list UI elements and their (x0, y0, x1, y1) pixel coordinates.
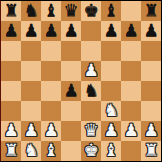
square-d8[interactable]: ♛ (61, 1, 81, 21)
white-rook[interactable]: ♜ (3, 140, 18, 160)
black-pawn[interactable]: ♟ (123, 20, 138, 40)
square-d6[interactable] (61, 41, 81, 61)
square-c5[interactable] (41, 61, 61, 81)
square-c7[interactable]: ♟ (41, 21, 61, 41)
square-h1[interactable]: ♜ (141, 141, 161, 161)
square-c2[interactable]: ♟ (41, 121, 61, 141)
square-f1[interactable]: ♝ (101, 141, 121, 161)
white-pawn[interactable]: ♟ (123, 120, 138, 140)
black-rook[interactable]: ♜ (143, 0, 158, 20)
square-f6[interactable] (101, 41, 121, 61)
white-knight[interactable]: ♞ (103, 100, 118, 120)
square-f4[interactable] (101, 81, 121, 101)
square-f2[interactable]: ♟ (101, 121, 121, 141)
black-knight[interactable]: ♞ (83, 80, 98, 100)
black-pawn[interactable]: ♟ (63, 20, 78, 40)
square-d4[interactable]: ♟ (61, 81, 81, 101)
square-h7[interactable]: ♟ (141, 21, 161, 41)
square-a7[interactable]: ♟ (1, 21, 21, 41)
black-pawn[interactable]: ♟ (63, 80, 78, 100)
square-f7[interactable]: ♟ (101, 21, 121, 41)
square-a2[interactable]: ♟ (1, 121, 21, 141)
black-bishop[interactable]: ♝ (43, 0, 58, 20)
white-queen[interactable]: ♛ (83, 120, 98, 140)
square-d2[interactable] (61, 121, 81, 141)
black-pawn[interactable]: ♟ (23, 20, 38, 40)
square-b7[interactable]: ♟ (21, 21, 41, 41)
black-pawn[interactable]: ♟ (3, 20, 18, 40)
square-e1[interactable]: ♚ (81, 141, 101, 161)
chess-board: ♜♞♝♛♚♝♜♟♟♟♟♟♟♟♟♟♞♞♟♟♟♛♟♟♟♜♞♝♚♝♜ (1, 1, 161, 161)
white-rook[interactable]: ♜ (143, 140, 158, 160)
square-c8[interactable]: ♝ (41, 1, 61, 21)
square-e6[interactable] (81, 41, 101, 61)
square-e8[interactable]: ♚ (81, 1, 101, 21)
black-rook[interactable]: ♜ (3, 0, 18, 20)
square-h6[interactable] (141, 41, 161, 61)
square-b1[interactable]: ♞ (21, 141, 41, 161)
square-a8[interactable]: ♜ (1, 1, 21, 21)
white-knight[interactable]: ♞ (23, 140, 38, 160)
white-bishop[interactable]: ♝ (103, 140, 118, 160)
square-g6[interactable] (121, 41, 141, 61)
square-h5[interactable] (141, 61, 161, 81)
square-g1[interactable] (121, 141, 141, 161)
square-e4[interactable]: ♞ (81, 81, 101, 101)
square-h3[interactable] (141, 101, 161, 121)
black-king[interactable]: ♚ (83, 0, 98, 20)
square-c6[interactable] (41, 41, 61, 61)
white-bishop[interactable]: ♝ (43, 140, 58, 160)
white-pawn[interactable]: ♟ (83, 60, 98, 80)
square-a6[interactable] (1, 41, 21, 61)
black-knight[interactable]: ♞ (23, 0, 38, 20)
square-g3[interactable] (121, 101, 141, 121)
square-e5[interactable]: ♟ (81, 61, 101, 81)
square-a3[interactable] (1, 101, 21, 121)
white-king[interactable]: ♚ (83, 140, 98, 160)
square-a5[interactable] (1, 61, 21, 81)
square-e3[interactable] (81, 101, 101, 121)
square-d3[interactable] (61, 101, 81, 121)
black-queen[interactable]: ♛ (63, 0, 78, 20)
white-pawn[interactable]: ♟ (143, 120, 158, 140)
square-h2[interactable]: ♟ (141, 121, 161, 141)
white-pawn[interactable]: ♟ (103, 120, 118, 140)
white-pawn[interactable]: ♟ (23, 120, 38, 140)
square-f8[interactable]: ♝ (101, 1, 121, 21)
square-d7[interactable]: ♟ (61, 21, 81, 41)
black-pawn[interactable]: ♟ (43, 20, 58, 40)
square-b4[interactable] (21, 81, 41, 101)
black-bishop[interactable]: ♝ (103, 0, 118, 20)
square-b5[interactable] (21, 61, 41, 81)
square-b2[interactable]: ♟ (21, 121, 41, 141)
square-a4[interactable] (1, 81, 21, 101)
square-f3[interactable]: ♞ (101, 101, 121, 121)
square-h4[interactable] (141, 81, 161, 101)
square-c3[interactable] (41, 101, 61, 121)
square-e2[interactable]: ♛ (81, 121, 101, 141)
square-c4[interactable] (41, 81, 61, 101)
square-g5[interactable] (121, 61, 141, 81)
black-pawn[interactable]: ♟ (103, 20, 118, 40)
square-e7[interactable] (81, 21, 101, 41)
square-g8[interactable] (121, 1, 141, 21)
square-b3[interactable] (21, 101, 41, 121)
square-c1[interactable]: ♝ (41, 141, 61, 161)
square-h8[interactable]: ♜ (141, 1, 161, 21)
square-g2[interactable]: ♟ (121, 121, 141, 141)
chess-board-frame: ♜♞♝♛♚♝♜♟♟♟♟♟♟♟♟♟♞♞♟♟♟♛♟♟♟♜♞♝♚♝♜ (0, 0, 162, 162)
white-pawn[interactable]: ♟ (3, 120, 18, 140)
square-g4[interactable] (121, 81, 141, 101)
square-d1[interactable] (61, 141, 81, 161)
square-f5[interactable] (101, 61, 121, 81)
square-b6[interactable] (21, 41, 41, 61)
black-pawn[interactable]: ♟ (143, 20, 158, 40)
square-d5[interactable] (61, 61, 81, 81)
square-a1[interactable]: ♜ (1, 141, 21, 161)
square-g7[interactable]: ♟ (121, 21, 141, 41)
square-b8[interactable]: ♞ (21, 1, 41, 21)
white-pawn[interactable]: ♟ (43, 120, 58, 140)
